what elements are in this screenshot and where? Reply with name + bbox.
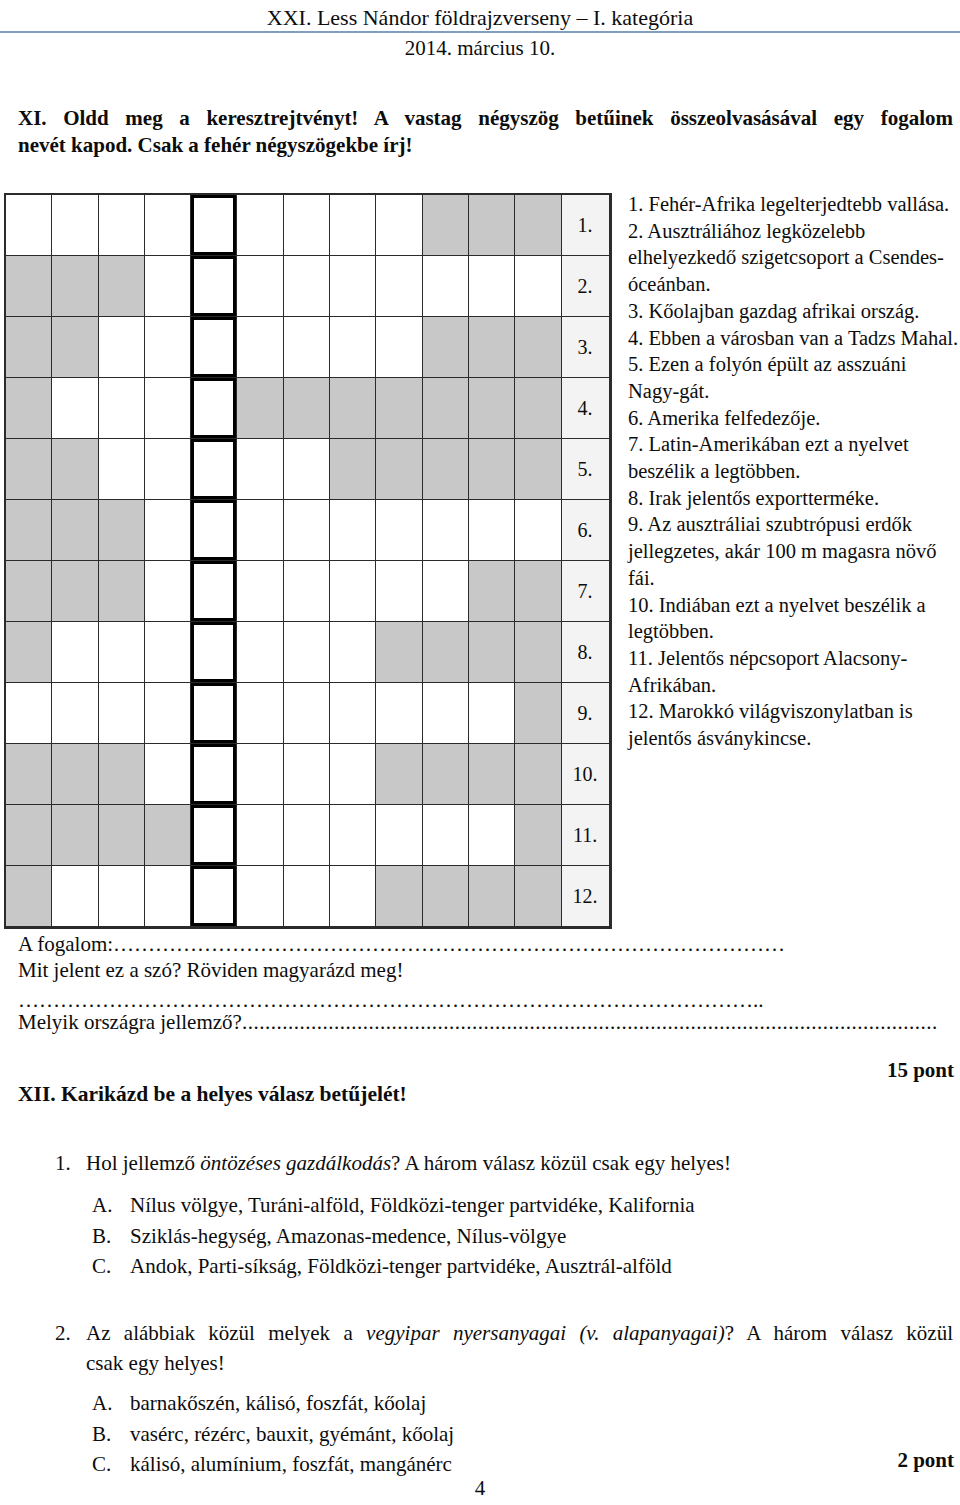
option-letter[interactable]: A. bbox=[92, 1190, 130, 1221]
answer-cell[interactable] bbox=[99, 195, 145, 256]
points-badge-xii: 2 pont bbox=[897, 1448, 954, 1473]
blocked-cell bbox=[515, 683, 561, 744]
option-text: vasérc, rézérc, bauxit, gyémánt, kőolaj bbox=[130, 1419, 454, 1450]
clue-text: 6. Amerika felfedezője. bbox=[628, 405, 960, 432]
blocked-cell bbox=[423, 195, 469, 256]
blocked-cell bbox=[52, 744, 98, 805]
blocked-cell bbox=[52, 561, 98, 622]
blocked-cell bbox=[469, 561, 515, 622]
answer-cell[interactable] bbox=[237, 866, 283, 927]
blocked-cell bbox=[515, 805, 561, 866]
solution-cell[interactable] bbox=[191, 317, 237, 378]
option-letter[interactable]: C. bbox=[92, 1449, 130, 1480]
question-2-options: A.barnakőszén, kálisó, foszfát, kőolajB.… bbox=[92, 1388, 953, 1480]
option-row[interactable]: B.Sziklás-hegység, Amazonas-medence, Níl… bbox=[92, 1221, 953, 1252]
blocked-cell bbox=[6, 439, 52, 500]
solution-cell[interactable] bbox=[191, 805, 237, 866]
answer-cell[interactable] bbox=[423, 561, 469, 622]
blocked-cell bbox=[376, 866, 422, 927]
answer-cell[interactable] bbox=[284, 500, 330, 561]
clue-text: 1. Fehér-Afrika legelterjedtebb vallása. bbox=[628, 191, 960, 218]
question-2-number: 2. bbox=[55, 1318, 86, 1378]
answer-cell[interactable] bbox=[237, 195, 283, 256]
option-text: barnakőszén, kálisó, foszfát, kőolaj bbox=[130, 1388, 426, 1419]
blocked-cell bbox=[6, 622, 52, 683]
clue-text: 7. Latin-Amerikában ezt a nyelvet beszél… bbox=[628, 431, 960, 484]
answer-cell[interactable] bbox=[99, 378, 145, 439]
blocked-cell bbox=[469, 195, 515, 256]
answer-cell[interactable] bbox=[376, 683, 422, 744]
answer-cell[interactable] bbox=[52, 683, 98, 744]
option-text: Sziklás-hegység, Amazonas-medence, Nílus… bbox=[130, 1221, 566, 1252]
section-xi-heading-line2: nevét kapod. Csak a fehér négyszögekbe í… bbox=[18, 133, 413, 157]
answer-cell[interactable] bbox=[284, 256, 330, 317]
answer-cell[interactable] bbox=[145, 317, 191, 378]
question-1: 1. Hol jellemző öntözéses gazdálkodás? A… bbox=[55, 1148, 953, 1178]
answer-cell[interactable] bbox=[237, 683, 283, 744]
blocked-cell bbox=[284, 378, 330, 439]
row-label: 8. bbox=[562, 622, 610, 683]
answer-cell[interactable] bbox=[99, 622, 145, 683]
row-label: 4. bbox=[562, 378, 610, 439]
blocked-cell bbox=[6, 317, 52, 378]
blocked-cell bbox=[145, 805, 191, 866]
answer-cell[interactable] bbox=[145, 500, 191, 561]
answer-cell[interactable] bbox=[376, 805, 422, 866]
option-text: kálisó, alumínium, foszfát, mangánérc bbox=[130, 1449, 452, 1480]
answer-cell[interactable] bbox=[145, 195, 191, 256]
answer-cell[interactable] bbox=[284, 805, 330, 866]
solution-cell[interactable] bbox=[191, 256, 237, 317]
worksheet-page: XXI. Less Nándor földrajzverseny – I. ka… bbox=[0, 0, 960, 1505]
blocked-cell bbox=[52, 317, 98, 378]
option-letter[interactable]: C. bbox=[92, 1251, 130, 1282]
page-date: 2014. március 10. bbox=[0, 36, 960, 61]
answer-cell[interactable] bbox=[284, 561, 330, 622]
question-country-line: Melyik országra jellemző?...............… bbox=[18, 1010, 952, 1035]
answer-cell[interactable] bbox=[330, 622, 376, 683]
question-2-line1: Az alábbiak közül melyek a vegyipar nyer… bbox=[86, 1318, 953, 1348]
page-number: 4 bbox=[0, 1476, 960, 1501]
answer-cell[interactable] bbox=[145, 866, 191, 927]
blocked-cell bbox=[515, 317, 561, 378]
blocked-cell bbox=[515, 378, 561, 439]
answer-cell[interactable] bbox=[515, 256, 561, 317]
country-answer-blank[interactable]: ........................................… bbox=[242, 1010, 952, 1035]
section-xi-heading: XI. Oldd meg a keresztrejtvényt! A vasta… bbox=[18, 105, 953, 159]
answer-cell[interactable] bbox=[330, 683, 376, 744]
clue-text: 4. Ebben a városban van a Tadzs Mahal. bbox=[628, 325, 960, 352]
answer-cell[interactable] bbox=[330, 500, 376, 561]
row-label: 6. bbox=[562, 500, 610, 561]
blocked-cell bbox=[6, 866, 52, 927]
fogalom-line: A fogalom:………………………………………………………………………………… bbox=[18, 932, 952, 957]
blocked-cell bbox=[469, 866, 515, 927]
blocked-cell bbox=[376, 622, 422, 683]
solution-cell[interactable] bbox=[191, 744, 237, 805]
blocked-cell bbox=[423, 744, 469, 805]
blocked-cell bbox=[515, 195, 561, 256]
header-rule bbox=[0, 31, 960, 33]
blocked-cell bbox=[52, 500, 98, 561]
blocked-cell bbox=[423, 866, 469, 927]
answer-cell[interactable] bbox=[99, 439, 145, 500]
row-label: 7. bbox=[562, 561, 610, 622]
question-1-number: 1. bbox=[55, 1148, 86, 1178]
answer-cell[interactable] bbox=[330, 256, 376, 317]
row-label: 1. bbox=[562, 195, 610, 256]
solution-cell[interactable] bbox=[191, 866, 237, 927]
solution-cell[interactable] bbox=[191, 622, 237, 683]
blocked-cell bbox=[469, 622, 515, 683]
blocked-cell bbox=[423, 378, 469, 439]
row-label: 12. bbox=[562, 866, 610, 927]
answer-cell[interactable] bbox=[145, 744, 191, 805]
blocked-cell bbox=[99, 256, 145, 317]
answer-cell[interactable] bbox=[284, 439, 330, 500]
row-label: 2. bbox=[562, 256, 610, 317]
blocked-cell bbox=[330, 378, 376, 439]
option-row[interactable]: C.kálisó, alumínium, foszfát, mangánérc bbox=[92, 1449, 953, 1480]
question-2: 2. Az alábbiak közül melyek a vegyipar n… bbox=[55, 1318, 953, 1378]
fogalom-label: A fogalom: bbox=[18, 932, 113, 957]
row-label: 9. bbox=[562, 683, 610, 744]
answer-cell[interactable] bbox=[145, 561, 191, 622]
blocked-cell bbox=[469, 317, 515, 378]
answer-cell[interactable] bbox=[330, 744, 376, 805]
answer-cell[interactable] bbox=[99, 683, 145, 744]
answer-cell[interactable] bbox=[52, 622, 98, 683]
points-badge-xi: 15 pont bbox=[887, 1058, 954, 1083]
blocked-cell bbox=[515, 866, 561, 927]
blocked-cell bbox=[376, 439, 422, 500]
solution-cell[interactable] bbox=[191, 683, 237, 744]
solution-cell[interactable] bbox=[191, 500, 237, 561]
answer-cell[interactable] bbox=[99, 317, 145, 378]
clue-text: 5. Ezen a folyón épült az asszuáni Nagy-… bbox=[628, 351, 960, 404]
answer-cell[interactable] bbox=[145, 378, 191, 439]
answer-cell[interactable] bbox=[6, 683, 52, 744]
option-row[interactable]: A.Nílus völgye, Turáni-alföld, Földközi-… bbox=[92, 1190, 953, 1221]
blocked-cell bbox=[52, 439, 98, 500]
question-2-line2: csak egy helyes! bbox=[86, 1351, 225, 1375]
section-xi-heading-line1: XI. Oldd meg a keresztrejtvényt! A vasta… bbox=[18, 105, 953, 132]
clue-text: 2. Ausztráliához legközelebb elhelyezked… bbox=[628, 218, 960, 298]
answer-cell[interactable] bbox=[237, 317, 283, 378]
answer-cell[interactable] bbox=[99, 866, 145, 927]
crossword-grid: 1.2.3.4.5.6.7.8.9.10.11.12. bbox=[4, 193, 612, 929]
solution-cell[interactable] bbox=[191, 439, 237, 500]
answer-cell[interactable] bbox=[330, 561, 376, 622]
option-text: Nílus völgye, Turáni-alföld, Földközi-te… bbox=[130, 1190, 695, 1221]
option-row[interactable]: C.Andok, Parti-síkság, Földközi-tenger p… bbox=[92, 1251, 953, 1282]
question-meaning: Mit jelent ez a szó? Röviden magyarázd m… bbox=[18, 958, 403, 983]
answer-cell[interactable] bbox=[376, 500, 422, 561]
answer-cell[interactable] bbox=[376, 256, 422, 317]
blocked-cell bbox=[469, 378, 515, 439]
answer-cell[interactable] bbox=[52, 866, 98, 927]
question-country-label: Melyik országra jellemző? bbox=[18, 1010, 242, 1035]
answer-cell[interactable] bbox=[469, 805, 515, 866]
answer-cell[interactable] bbox=[330, 195, 376, 256]
answer-cell[interactable] bbox=[469, 256, 515, 317]
solution-cell[interactable] bbox=[191, 195, 237, 256]
answer-cell[interactable] bbox=[376, 561, 422, 622]
answer-cell[interactable] bbox=[237, 439, 283, 500]
blocked-cell bbox=[376, 378, 422, 439]
option-row[interactable]: A.barnakőszén, kálisó, foszfát, kőolaj bbox=[92, 1388, 953, 1419]
option-text: Andok, Parti-síkság, Földközi-tenger par… bbox=[130, 1251, 672, 1282]
question-2-italic: vegyipar nyersanyagai (v. alapanyagai) bbox=[366, 1321, 725, 1345]
clue-text: 9. Az ausztráliai szubtrópusi erdők jell… bbox=[628, 511, 960, 591]
answer-cell[interactable] bbox=[330, 317, 376, 378]
blocked-cell bbox=[423, 317, 469, 378]
answer-cell[interactable] bbox=[423, 500, 469, 561]
answer-cell[interactable] bbox=[145, 683, 191, 744]
answer-cell[interactable] bbox=[145, 439, 191, 500]
answer-cell[interactable] bbox=[376, 195, 422, 256]
answer-cell[interactable] bbox=[284, 683, 330, 744]
answer-cell[interactable] bbox=[145, 256, 191, 317]
blocked-cell bbox=[99, 744, 145, 805]
blocked-cell bbox=[6, 378, 52, 439]
answer-cell[interactable] bbox=[330, 866, 376, 927]
blocked-cell bbox=[99, 805, 145, 866]
question-1-italic: öntözéses gazdálkodás bbox=[200, 1151, 391, 1175]
answer-cell[interactable] bbox=[52, 378, 98, 439]
answer-cell[interactable] bbox=[6, 195, 52, 256]
option-row[interactable]: B.vasérc, rézérc, bauxit, gyémánt, kőola… bbox=[92, 1419, 953, 1450]
blocked-cell bbox=[423, 439, 469, 500]
answer-cell[interactable] bbox=[423, 256, 469, 317]
blocked-cell bbox=[6, 500, 52, 561]
row-label: 5. bbox=[562, 439, 610, 500]
row-label: 10. bbox=[562, 744, 610, 805]
solution-cell[interactable] bbox=[191, 378, 237, 439]
clue-text: 3. Kőolajban gazdag afrikai ország. bbox=[628, 298, 960, 325]
blocked-cell bbox=[99, 500, 145, 561]
answer-cell[interactable] bbox=[469, 683, 515, 744]
blocked-cell bbox=[515, 561, 561, 622]
section-xii-heading: XII. Karikázd be a helyes válasz betűjel… bbox=[18, 1082, 407, 1107]
answer-cell[interactable] bbox=[237, 744, 283, 805]
blocked-cell bbox=[52, 805, 98, 866]
row-label: 3. bbox=[562, 317, 610, 378]
blocked-cell bbox=[515, 622, 561, 683]
blocked-cell bbox=[6, 805, 52, 866]
answer-cell[interactable] bbox=[330, 805, 376, 866]
clue-text: 12. Marokkó világviszonylatban is jelent… bbox=[628, 698, 960, 751]
solution-cell[interactable] bbox=[191, 561, 237, 622]
answer-cell[interactable] bbox=[515, 500, 561, 561]
blocked-cell bbox=[237, 378, 283, 439]
answer-cell[interactable] bbox=[145, 622, 191, 683]
option-letter[interactable]: A. bbox=[92, 1388, 130, 1419]
answer-cell[interactable] bbox=[284, 317, 330, 378]
blocked-cell bbox=[6, 561, 52, 622]
page-title: XXI. Less Nándor földrajzverseny – I. ka… bbox=[0, 5, 960, 31]
answer-cell[interactable] bbox=[284, 866, 330, 927]
blocked-cell bbox=[6, 256, 52, 317]
blocked-cell bbox=[423, 622, 469, 683]
answer-cell[interactable] bbox=[52, 195, 98, 256]
blocked-cell bbox=[376, 744, 422, 805]
blocked-cell bbox=[469, 439, 515, 500]
answer-cell[interactable] bbox=[423, 805, 469, 866]
answer-cell[interactable] bbox=[284, 195, 330, 256]
row-label: 11. bbox=[562, 805, 610, 866]
answer-cell[interactable] bbox=[469, 500, 515, 561]
blocked-cell bbox=[330, 439, 376, 500]
blocked-cell bbox=[99, 561, 145, 622]
answer-cell[interactable] bbox=[237, 256, 283, 317]
blocked-cell bbox=[6, 744, 52, 805]
question-1-text: Hol jellemző öntözéses gazdálkodás? A há… bbox=[86, 1148, 953, 1178]
option-letter[interactable]: B. bbox=[92, 1221, 130, 1252]
blocked-cell bbox=[52, 256, 98, 317]
question-1-options: A.Nílus völgye, Turáni-alföld, Földközi-… bbox=[92, 1190, 953, 1282]
answer-cell[interactable] bbox=[376, 317, 422, 378]
answer-cell[interactable] bbox=[237, 622, 283, 683]
answer-cell[interactable] bbox=[237, 805, 283, 866]
answer-cell[interactable] bbox=[423, 683, 469, 744]
answer-cell[interactable] bbox=[284, 744, 330, 805]
clue-text: 11. Jelentős népcsoport Alacsony-Afrikáb… bbox=[628, 645, 960, 698]
blocked-cell bbox=[469, 744, 515, 805]
blocked-cell bbox=[515, 439, 561, 500]
answer-cell[interactable] bbox=[237, 500, 283, 561]
clues-list: 1. Fehér-Afrika legelterjedtebb vallása.… bbox=[628, 191, 960, 752]
question-2-text: Az alábbiak közül melyek a vegyipar nyer… bbox=[86, 1318, 953, 1378]
answer-cell[interactable] bbox=[237, 561, 283, 622]
clue-text: 8. Irak jelentős exportterméke. bbox=[628, 485, 960, 512]
option-letter[interactable]: B. bbox=[92, 1419, 130, 1450]
answer-cell[interactable] bbox=[284, 622, 330, 683]
blocked-cell bbox=[515, 744, 561, 805]
fogalom-answer-blank[interactable]: …………………………………………………………………………………… bbox=[113, 932, 952, 957]
clue-text: 10. Indiában ezt a nyelvet beszélik a le… bbox=[628, 592, 960, 645]
